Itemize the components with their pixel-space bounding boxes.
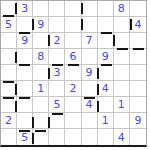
cell-r8c6[interactable] [82, 113, 98, 129]
cell-r5c7[interactable] [98, 65, 114, 81]
cell-r1c1[interactable] [1, 1, 17, 17]
given-digit: 9 [134, 115, 141, 126]
given-digit: 5 [53, 99, 60, 110]
puzzle-screen: 385949278693912454121954 [0, 0, 150, 150]
given-digit: 1 [118, 99, 125, 110]
cell-r8c4[interactable] [49, 113, 65, 129]
cell-r7c9[interactable] [130, 97, 146, 113]
cell-r9c6[interactable] [82, 129, 98, 145]
cell-r4c9[interactable] [130, 49, 146, 65]
cell-r7c1[interactable] [1, 97, 17, 113]
cell-r5c5[interactable] [65, 65, 81, 81]
cell-r2c8[interactable] [114, 17, 130, 33]
cell-r9c2[interactable]: 5 [17, 129, 33, 145]
cell-r5c2[interactable] [17, 65, 33, 81]
cell-r3c5[interactable] [65, 33, 81, 49]
cell-r5c1[interactable] [1, 65, 17, 81]
cell-r3c4[interactable]: 2 [49, 33, 65, 49]
given-digit: 8 [37, 51, 44, 62]
cell-r2c3[interactable]: 9 [33, 17, 49, 33]
cell-r4c4[interactable] [49, 49, 65, 65]
given-digit: 6 [69, 51, 76, 62]
cell-r8c7[interactable]: 1 [98, 113, 114, 129]
cell-r3c9[interactable] [130, 33, 146, 49]
cell-r3c8[interactable] [114, 33, 130, 49]
given-digit: 7 [86, 35, 93, 46]
given-digit: 1 [37, 83, 44, 94]
given-digit: 1 [102, 115, 109, 126]
cell-r6c9[interactable] [130, 81, 146, 97]
cell-r6c8[interactable] [114, 81, 130, 97]
cell-r7c3[interactable] [33, 97, 49, 113]
cell-r8c5[interactable] [65, 113, 81, 129]
cell-r7c2[interactable] [17, 97, 33, 113]
cell-r7c8[interactable]: 1 [114, 97, 130, 113]
given-digit: 2 [69, 83, 76, 94]
given-digit: 2 [53, 35, 60, 46]
cell-r4c6[interactable] [82, 49, 98, 65]
cell-r5c6[interactable]: 9 [82, 65, 98, 81]
cell-r6c7[interactable]: 4 [98, 81, 114, 97]
cell-r8c8[interactable] [114, 113, 130, 129]
cell-r8c2[interactable] [17, 113, 33, 129]
given-digit: 3 [53, 67, 60, 78]
cell-r4c1[interactable] [1, 49, 17, 65]
cell-r1c6[interactable] [82, 1, 98, 17]
cell-r6c3[interactable]: 1 [33, 81, 49, 97]
cell-r3c1[interactable] [1, 33, 17, 49]
given-digit: 4 [118, 132, 125, 143]
cell-r2c9[interactable]: 4 [130, 17, 146, 33]
given-digit: 2 [5, 115, 12, 126]
cell-r9c7[interactable] [98, 129, 114, 145]
cell-r4c3[interactable]: 8 [33, 49, 49, 65]
cell-r3c7[interactable] [98, 33, 114, 49]
cell-r1c3[interactable] [33, 1, 49, 17]
cell-r4c7[interactable]: 9 [98, 49, 114, 65]
cell-r8c9[interactable]: 9 [130, 113, 146, 129]
cell-r1c8[interactable]: 8 [114, 1, 130, 17]
cell-r6c6[interactable] [82, 81, 98, 97]
cell-r9c3[interactable] [33, 129, 49, 145]
cell-r9c5[interactable] [65, 129, 81, 145]
cell-r6c4[interactable] [49, 81, 65, 97]
given-digit: 4 [86, 99, 93, 110]
cell-r9c1[interactable] [1, 129, 17, 145]
cell-r1c9[interactable] [130, 1, 146, 17]
sudoku-board: 385949278693912454121954 [0, 0, 147, 147]
given-digit: 9 [102, 51, 109, 62]
cell-r5c8[interactable] [114, 65, 130, 81]
cell-r4c5[interactable]: 6 [65, 49, 81, 65]
cell-r4c2[interactable] [17, 49, 33, 65]
given-digit: 5 [5, 19, 12, 30]
cell-r4c8[interactable] [114, 49, 130, 65]
given-digit: 3 [21, 3, 28, 14]
given-digit: 9 [21, 35, 28, 46]
cell-r5c3[interactable] [33, 65, 49, 81]
cell-r2c2[interactable] [17, 17, 33, 33]
cell-r6c5[interactable]: 2 [65, 81, 81, 97]
cell-r9c8[interactable]: 4 [114, 129, 130, 145]
given-digit: 9 [37, 19, 44, 30]
given-digit: 4 [102, 83, 109, 94]
given-digit: 9 [86, 67, 93, 78]
cell-r1c4[interactable] [49, 1, 65, 17]
cell-r9c4[interactable] [49, 129, 65, 145]
given-digit: 5 [21, 132, 28, 143]
cell-r7c4[interactable]: 5 [49, 97, 65, 113]
cell-r7c5[interactable] [65, 97, 81, 113]
cell-r3c2[interactable]: 9 [17, 33, 33, 49]
cell-r7c6[interactable]: 4 [82, 97, 98, 113]
cell-r5c9[interactable] [130, 65, 146, 81]
cell-r2c5[interactable] [65, 17, 81, 33]
cell-r1c5[interactable] [65, 1, 81, 17]
cell-r8c3[interactable] [33, 113, 49, 129]
cell-r1c7[interactable] [98, 1, 114, 17]
given-digit: 8 [118, 3, 125, 14]
cell-r2c7[interactable] [98, 17, 114, 33]
cell-r7c7[interactable] [98, 97, 114, 113]
cell-r2c4[interactable] [49, 17, 65, 33]
cell-r3c6[interactable]: 7 [82, 33, 98, 49]
given-digit: 4 [134, 19, 141, 30]
cell-r2c6[interactable] [82, 17, 98, 33]
cell-r9c9[interactable] [130, 129, 146, 145]
cell-r6c1[interactable] [1, 81, 17, 97]
cell-r6c2[interactable] [17, 81, 33, 97]
cell-r5c4[interactable]: 3 [49, 65, 65, 81]
cell-r8c1[interactable]: 2 [1, 113, 17, 129]
cell-r1c2[interactable]: 3 [17, 1, 33, 17]
cell-r3c3[interactable] [33, 33, 49, 49]
cell-r2c1[interactable]: 5 [1, 17, 17, 33]
